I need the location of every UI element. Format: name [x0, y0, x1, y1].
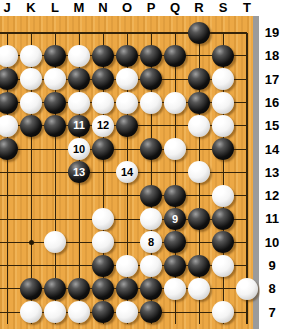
- board-cell-N12[interactable]: [91, 184, 115, 207]
- white-stone-L10[interactable]: [44, 231, 66, 253]
- board-cell-J18[interactable]: [0, 44, 19, 67]
- board-cell-N9[interactable]: [91, 254, 115, 277]
- grid-line-v: [246, 231, 248, 254]
- black-stone-N9[interactable]: [92, 255, 114, 277]
- black-stone-O18[interactable]: [116, 45, 138, 67]
- grid-line-v: [246, 301, 248, 324]
- white-stone-J18[interactable]: [0, 45, 18, 67]
- board-cell-M16[interactable]: [67, 91, 91, 114]
- board-cell-R14[interactable]: [187, 137, 211, 160]
- grid-line-v: [7, 254, 8, 277]
- grid-line-v: [246, 33, 248, 45]
- grid-line-v: [246, 184, 248, 207]
- black-stone-S14[interactable]: [212, 138, 234, 160]
- grid-line-v: [246, 254, 248, 277]
- board-cell-S11[interactable]: [211, 207, 235, 230]
- board-cell-K7[interactable]: [19, 301, 43, 324]
- board-cell-Q16[interactable]: [163, 91, 187, 114]
- board-cell-O7[interactable]: [115, 301, 139, 324]
- white-stone-N15[interactable]: 12: [92, 115, 114, 137]
- column-label-O: O: [122, 1, 132, 15]
- board-cell-K17[interactable]: [19, 68, 43, 91]
- board-cell-P13[interactable]: [139, 161, 163, 184]
- board-cell-Q14[interactable]: [163, 137, 187, 160]
- white-stone-S12[interactable]: [212, 185, 234, 207]
- white-stone-K18[interactable]: [20, 45, 42, 67]
- board-cell-P14[interactable]: [139, 137, 163, 160]
- board-cell-M15[interactable]: 11: [67, 114, 91, 137]
- grid-line-v: [151, 161, 152, 184]
- grid-line-v: [246, 91, 248, 114]
- black-stone-L15[interactable]: [44, 115, 66, 137]
- board-cell-L17[interactable]: [43, 68, 67, 91]
- column-label-S: S: [219, 1, 228, 15]
- grid-line-v: [175, 114, 176, 137]
- board-cell-R17[interactable]: [187, 68, 211, 91]
- white-stone-S16[interactable]: [212, 92, 234, 114]
- board-cell-R16[interactable]: [187, 91, 211, 114]
- board-cell-P10[interactable]: 8: [139, 231, 163, 254]
- grid-line-v: [199, 184, 200, 207]
- black-stone-J16[interactable]: [0, 92, 18, 114]
- board-cell-S9[interactable]: [211, 254, 235, 277]
- board-cell-R19[interactable]: [187, 21, 211, 44]
- grid-line-v: [7, 184, 8, 207]
- black-stone-Q18[interactable]: [164, 45, 186, 67]
- board-cell-K11[interactable]: [19, 207, 43, 230]
- board-cell-N8[interactable]: [91, 277, 115, 300]
- column-label-R: R: [194, 1, 203, 15]
- black-stone-R16[interactable]: [188, 92, 210, 114]
- board-cell-R9[interactable]: [187, 254, 211, 277]
- board-cell-S16[interactable]: [211, 91, 235, 114]
- board-cell-O11[interactable]: [115, 207, 139, 230]
- white-stone-L7[interactable]: [44, 301, 66, 323]
- board-cell-S15[interactable]: [211, 114, 235, 137]
- white-stone-K16[interactable]: [20, 92, 42, 114]
- grid-line-v: [55, 184, 56, 207]
- board-cell-O14[interactable]: [115, 137, 139, 160]
- board-cell-R7[interactable]: [187, 301, 211, 324]
- board-cell-K14[interactable]: [19, 137, 43, 160]
- grid-line-v: [79, 207, 80, 230]
- board-cell-M14[interactable]: 10: [67, 137, 91, 160]
- board-cell-P17[interactable]: [139, 68, 163, 91]
- board-cell-K9[interactable]: [19, 254, 43, 277]
- board-cell-R8[interactable]: [187, 277, 211, 300]
- board-cell-M12[interactable]: [67, 184, 91, 207]
- row-label-7: 7: [260, 306, 284, 320]
- white-stone-M14[interactable]: 10: [68, 138, 90, 160]
- board-cell-M8[interactable]: [67, 277, 91, 300]
- board-cell-P11[interactable]: [139, 207, 163, 230]
- white-stone-S9[interactable]: [212, 255, 234, 277]
- black-stone-M17[interactable]: [68, 68, 90, 90]
- row-label-9: 9: [260, 259, 284, 273]
- grid-line-v: [7, 301, 8, 324]
- grid-line-v: [246, 44, 248, 67]
- row-label-17: 17: [260, 73, 284, 87]
- board-cell-S7[interactable]: [211, 301, 235, 324]
- board-cell-L7[interactable]: [43, 301, 67, 324]
- board-cell-O9[interactable]: [115, 254, 139, 277]
- grid-line-h: [0, 265, 19, 266]
- top-column-labels: JKLMNOPQRST: [0, 0, 284, 16]
- grid-line-v: [31, 33, 32, 45]
- white-stone-N11[interactable]: [92, 208, 114, 230]
- grid-line-v: [175, 161, 176, 184]
- board-cell-J19[interactable]: [0, 21, 19, 44]
- board-cell-Q19[interactable]: [163, 21, 187, 44]
- move-number: 11: [73, 120, 85, 131]
- board-cell-P15[interactable]: [139, 114, 163, 137]
- grid-line-v: [199, 137, 200, 160]
- column-label-T: T: [243, 1, 251, 15]
- white-stone-P11[interactable]: [140, 208, 162, 230]
- board-cell-M19[interactable]: [67, 21, 91, 44]
- board-cell-M17[interactable]: [67, 68, 91, 91]
- board-cell-P16[interactable]: [139, 91, 163, 114]
- grid-line-h: [0, 32, 19, 34]
- grid-line-v: [246, 68, 248, 91]
- black-stone-P14[interactable]: [140, 138, 162, 160]
- grid-line-v: [79, 231, 80, 254]
- black-stone-O8[interactable]: [116, 278, 138, 300]
- board-cell-S19[interactable]: [211, 21, 235, 44]
- black-stone-S10[interactable]: [212, 231, 234, 253]
- black-stone-K15[interactable]: [20, 115, 42, 137]
- black-stone-P12[interactable]: [140, 185, 162, 207]
- board-cell-R18[interactable]: [187, 44, 211, 67]
- right-row-labels: 19181716151413121110987: [260, 16, 284, 329]
- black-stone-Q12[interactable]: [164, 185, 186, 207]
- board-cell-M9[interactable]: [67, 254, 91, 277]
- black-stone-P17[interactable]: [140, 68, 162, 90]
- board-cell-J12[interactable]: [0, 184, 19, 207]
- white-stone-N10[interactable]: [92, 231, 114, 253]
- column-label-J: J: [3, 1, 10, 15]
- grid-line-v: [151, 114, 152, 137]
- grid-line-v: [31, 137, 32, 160]
- board-cell-Q9[interactable]: [163, 254, 187, 277]
- white-stone-O16[interactable]: [116, 92, 138, 114]
- black-stone-N17[interactable]: [92, 68, 114, 90]
- white-stone-P10[interactable]: 8: [140, 231, 162, 253]
- white-stone-Q14[interactable]: [164, 138, 186, 160]
- move-number: 9: [172, 214, 178, 225]
- grid-line-v: [103, 33, 104, 45]
- black-stone-R11[interactable]: [188, 208, 210, 230]
- board-cell-J7[interactable]: [0, 301, 19, 324]
- black-stone-Q9[interactable]: [164, 255, 186, 277]
- black-stone-M13[interactable]: 13: [68, 161, 90, 183]
- board-cell-P9[interactable]: [139, 254, 163, 277]
- white-stone-R8[interactable]: [188, 278, 210, 300]
- white-stone-M16[interactable]: [68, 92, 90, 114]
- white-stone-P9[interactable]: [140, 255, 162, 277]
- board-cell-Q12[interactable]: [163, 184, 187, 207]
- black-stone-Q10[interactable]: [164, 231, 186, 253]
- grid-line-v: [223, 33, 224, 45]
- board-cell-O16[interactable]: [115, 91, 139, 114]
- board-cell-N19[interactable]: [91, 21, 115, 44]
- row-label-11: 11: [260, 212, 284, 226]
- white-stone-O13[interactable]: 14: [116, 161, 138, 183]
- black-stone-L18[interactable]: [44, 45, 66, 67]
- board-cell-S8[interactable]: [211, 277, 235, 300]
- black-stone-R19[interactable]: [188, 22, 210, 44]
- white-stone-O9[interactable]: [116, 255, 138, 277]
- black-stone-P18[interactable]: [140, 45, 162, 67]
- black-stone-J17[interactable]: [0, 68, 18, 90]
- board-cell-R15[interactable]: [187, 114, 211, 137]
- white-stone-O7[interactable]: [116, 301, 138, 323]
- board-cell-R11[interactable]: [187, 207, 211, 230]
- grid-line-h: [0, 219, 19, 220]
- board-cell-M7[interactable]: [67, 301, 91, 324]
- board-cell-N17[interactable]: [91, 68, 115, 91]
- board-cell-J16[interactable]: [0, 91, 19, 114]
- board-cell-M10[interactable]: [67, 231, 91, 254]
- board-cell-S12[interactable]: [211, 184, 235, 207]
- column-label-N: N: [98, 1, 107, 15]
- go-board: 111210131498: [0, 16, 253, 329]
- board-cell-N10[interactable]: [91, 231, 115, 254]
- grid-line-v: [246, 114, 248, 137]
- black-stone-S11[interactable]: [212, 208, 234, 230]
- white-stone-S15[interactable]: [212, 115, 234, 137]
- board-cell-O15[interactable]: [115, 114, 139, 137]
- board-grid: 111210131498: [0, 21, 259, 324]
- board-cell-S18[interactable]: [211, 44, 235, 67]
- board-cell-S14[interactable]: [211, 137, 235, 160]
- go-board-diagram: 111210131498 JKLMNOPQRST 191817161514131…: [0, 0, 284, 329]
- board-cell-L13[interactable]: [43, 161, 67, 184]
- white-stone-R13[interactable]: [188, 161, 210, 183]
- board-cell-Q17[interactable]: [163, 68, 187, 91]
- board-cell-R10[interactable]: [187, 231, 211, 254]
- white-stone-R15[interactable]: [188, 115, 210, 137]
- grid-line-v: [199, 301, 200, 324]
- grid-line-v: [55, 161, 56, 184]
- grid-line-v: [199, 231, 200, 254]
- board-cell-P7[interactable]: [139, 301, 163, 324]
- board-cell-K8[interactable]: [19, 277, 43, 300]
- move-number: 13: [73, 167, 85, 178]
- row-label-15: 15: [260, 119, 284, 133]
- grid-line-v: [223, 161, 224, 184]
- white-stone-L17[interactable]: [44, 68, 66, 90]
- board-cell-S13[interactable]: [211, 161, 235, 184]
- black-stone-S18[interactable]: [212, 45, 234, 67]
- board-cell-P18[interactable]: [139, 44, 163, 67]
- board-cell-Q18[interactable]: [163, 44, 187, 67]
- board-cell-J13[interactable]: [0, 161, 19, 184]
- row-label-8: 8: [260, 282, 284, 296]
- white-stone-P16[interactable]: [140, 92, 162, 114]
- white-stone-J15[interactable]: [0, 115, 18, 137]
- white-stone-Q16[interactable]: [164, 92, 186, 114]
- grid-line-v: [246, 161, 248, 184]
- black-stone-P7[interactable]: [140, 301, 162, 323]
- grid-line-v: [7, 161, 8, 184]
- black-stone-M8[interactable]: [68, 278, 90, 300]
- board-cell-Q7[interactable]: [163, 301, 187, 324]
- grid-line-v: [7, 33, 8, 45]
- board-cell-Q8[interactable]: [163, 277, 187, 300]
- grid-line-v: [151, 33, 152, 45]
- board-cell-K12[interactable]: [19, 184, 43, 207]
- board-cell-J9[interactable]: [0, 254, 19, 277]
- grid-line-v: [55, 207, 56, 230]
- grid-line-v: [79, 184, 80, 207]
- grid-line-v: [103, 184, 104, 207]
- board-cell-N7[interactable]: [91, 301, 115, 324]
- board-cell-L19[interactable]: [43, 21, 67, 44]
- board-cell-Q11[interactable]: 9: [163, 207, 187, 230]
- grid-line-v: [79, 33, 80, 45]
- board-cell-J11[interactable]: [0, 207, 19, 230]
- white-stone-N16[interactable]: [92, 92, 114, 114]
- board-cell-L15[interactable]: [43, 114, 67, 137]
- row-label-18: 18: [260, 49, 284, 63]
- grid-line-h: [0, 195, 19, 196]
- board-cell-J10[interactable]: [0, 231, 19, 254]
- grid-line-v: [103, 161, 104, 184]
- row-label-12: 12: [260, 189, 284, 203]
- grid-line-v: [79, 254, 80, 277]
- grid-line-v: [175, 33, 176, 45]
- board-cell-O18[interactable]: [115, 44, 139, 67]
- board-cell-J8[interactable]: [0, 277, 19, 300]
- grid-line-v: [127, 207, 128, 230]
- grid-line-v: [31, 161, 32, 184]
- grid-line-v: [55, 137, 56, 160]
- board-cell-L10[interactable]: [43, 231, 67, 254]
- board-cell-N11[interactable]: [91, 207, 115, 230]
- black-stone-N18[interactable]: [92, 45, 114, 67]
- board-cell-R13[interactable]: [187, 161, 211, 184]
- grid-line-v: [31, 254, 32, 277]
- grid-line-v: [31, 184, 32, 207]
- board-cell-R12[interactable]: [187, 184, 211, 207]
- board-cell-K10[interactable]: [19, 231, 43, 254]
- board-cell-P19[interactable]: [139, 21, 163, 44]
- grid-line-v: [55, 254, 56, 277]
- white-stone-T8[interactable]: [236, 278, 258, 300]
- move-number: 14: [121, 167, 133, 178]
- board-cell-O19[interactable]: [115, 21, 139, 44]
- board-cell-L14[interactable]: [43, 137, 67, 160]
- black-stone-N7[interactable]: [92, 301, 114, 323]
- white-stone-S7[interactable]: [212, 301, 234, 323]
- board-cell-O17[interactable]: [115, 68, 139, 91]
- board-cell-N14[interactable]: [91, 137, 115, 160]
- white-stone-S17[interactable]: [212, 68, 234, 90]
- board-cell-L11[interactable]: [43, 207, 67, 230]
- board-cell-K18[interactable]: [19, 44, 43, 67]
- board-cell-S17[interactable]: [211, 68, 235, 91]
- grid-line-h: [0, 312, 19, 313]
- white-stone-Q8[interactable]: [164, 278, 186, 300]
- board-cell-Q10[interactable]: [163, 231, 187, 254]
- board-cell-K15[interactable]: [19, 114, 43, 137]
- row-label-13: 13: [260, 166, 284, 180]
- board-cell-O12[interactable]: [115, 184, 139, 207]
- grid-line-v: [127, 33, 128, 45]
- board-cell-M18[interactable]: [67, 44, 91, 67]
- board-cell-Q13[interactable]: [163, 161, 187, 184]
- board-cell-N15[interactable]: 12: [91, 114, 115, 137]
- board-cell-N13[interactable]: [91, 161, 115, 184]
- row-label-10: 10: [260, 236, 284, 250]
- white-stone-M7[interactable]: [68, 301, 90, 323]
- grid-line-v: [199, 44, 200, 67]
- row-label-19: 19: [260, 26, 284, 40]
- board-cell-K19[interactable]: [19, 21, 43, 44]
- black-stone-M15[interactable]: 11: [68, 115, 90, 137]
- board-cell-L9[interactable]: [43, 254, 67, 277]
- board-cell-S10[interactable]: [211, 231, 235, 254]
- board-cell-M13[interactable]: 13: [67, 161, 91, 184]
- black-stone-R9[interactable]: [188, 255, 210, 277]
- board-cell-M11[interactable]: [67, 207, 91, 230]
- column-label-K: K: [26, 1, 35, 15]
- board-cell-Q15[interactable]: [163, 114, 187, 137]
- board-cell-J17[interactable]: [0, 68, 19, 91]
- white-stone-K7[interactable]: [20, 301, 42, 323]
- column-label-L: L: [51, 1, 59, 15]
- black-stone-P8[interactable]: [140, 278, 162, 300]
- board-cell-L8[interactable]: [43, 277, 67, 300]
- grid-line-v: [175, 68, 176, 91]
- grid-line-v: [7, 277, 8, 300]
- black-stone-L16[interactable]: [44, 92, 66, 114]
- grid-line-v: [7, 207, 8, 230]
- board-cell-O8[interactable]: [115, 277, 139, 300]
- board-cell-K16[interactable]: [19, 91, 43, 114]
- black-stone-N8[interactable]: [92, 278, 114, 300]
- board-cell-L18[interactable]: [43, 44, 67, 67]
- white-stone-M18[interactable]: [68, 45, 90, 67]
- board-cell-O10[interactable]: [115, 231, 139, 254]
- row-label-14: 14: [260, 143, 284, 157]
- black-stone-J14[interactable]: [0, 138, 18, 160]
- black-stone-R17[interactable]: [188, 68, 210, 90]
- board-cell-J14[interactable]: [0, 137, 19, 160]
- board-cell-N16[interactable]: [91, 91, 115, 114]
- board-cell-L12[interactable]: [43, 184, 67, 207]
- board-cell-L16[interactable]: [43, 91, 67, 114]
- black-stone-Q11[interactable]: 9: [164, 208, 186, 230]
- board-cell-O13[interactable]: 14: [115, 161, 139, 184]
- black-stone-K8[interactable]: [20, 278, 42, 300]
- black-stone-N14[interactable]: [92, 138, 114, 160]
- board-cell-P12[interactable]: [139, 184, 163, 207]
- board-cell-J15[interactable]: [0, 114, 19, 137]
- black-stone-O15[interactable]: [116, 115, 138, 137]
- white-stone-O17[interactable]: [116, 68, 138, 90]
- grid-line-v: [246, 137, 248, 160]
- board-cell-K13[interactable]: [19, 161, 43, 184]
- grid-line-h: [0, 172, 19, 173]
- white-stone-K17[interactable]: [20, 68, 42, 90]
- row-label-16: 16: [260, 96, 284, 110]
- board-cell-P8[interactable]: [139, 277, 163, 300]
- black-stone-L8[interactable]: [44, 278, 66, 300]
- grid-line-h: [0, 288, 19, 289]
- board-cell-N18[interactable]: [91, 44, 115, 67]
